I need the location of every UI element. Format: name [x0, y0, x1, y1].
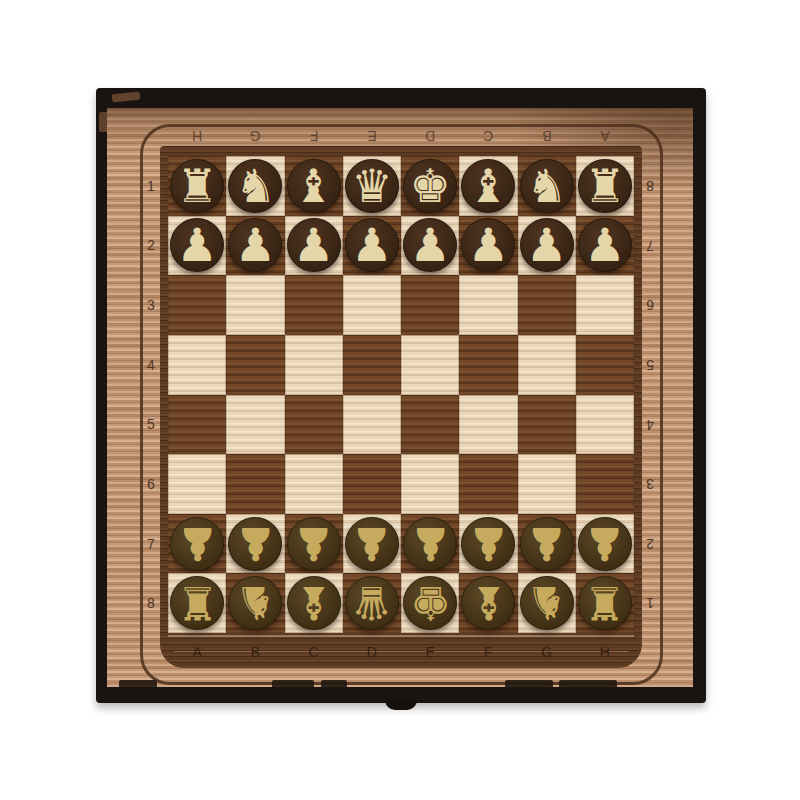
coordinate-label: A	[168, 636, 226, 668]
square-g5[interactable]	[518, 395, 576, 455]
file-labels-bottom: ABCDEFGH	[168, 636, 634, 668]
square-e1[interactable]: ♚	[401, 156, 459, 216]
frame-latch	[385, 700, 417, 710]
coordinate-label: 7	[637, 216, 663, 276]
piece-white-knight[interactable]: ♞	[228, 576, 282, 630]
square-d3[interactable]	[343, 275, 401, 335]
piece-white-pawn[interactable]: ♟	[403, 517, 457, 571]
pawn-icon: ♟	[351, 521, 392, 567]
square-d4[interactable]	[343, 335, 401, 395]
piece-white-pawn[interactable]: ♟	[520, 517, 574, 571]
square-a6[interactable]	[168, 454, 226, 514]
knight-icon: ♞	[526, 580, 567, 626]
queen-icon: ♛	[351, 163, 392, 209]
coordinate-label: C	[459, 125, 517, 147]
piece-white-pawn[interactable]: ♟	[578, 517, 632, 571]
coordinate-label: G	[518, 636, 576, 668]
bishop-icon: ♝	[468, 580, 509, 626]
coordinate-label: E	[401, 636, 459, 668]
square-h6[interactable]	[576, 454, 634, 514]
square-g6[interactable]	[518, 454, 576, 514]
square-c5[interactable]	[285, 395, 343, 455]
coordinate-label: D	[401, 125, 459, 147]
bishop-icon: ♝	[293, 163, 334, 209]
square-h3[interactable]	[576, 275, 634, 335]
king-icon: ♚	[410, 580, 451, 626]
pawn-icon: ♟	[468, 222, 509, 268]
pawn-icon: ♟	[293, 222, 334, 268]
knight-icon: ♞	[526, 163, 567, 209]
piece-black-rook[interactable]: ♜	[170, 159, 224, 213]
piece-black-pawn[interactable]: ♟	[345, 218, 399, 272]
square-d2[interactable]: ♟	[343, 216, 401, 276]
coordinate-label: H	[168, 125, 226, 147]
square-a2[interactable]: ♟	[168, 216, 226, 276]
coordinate-label: 1	[637, 573, 663, 633]
pawn-icon: ♟	[584, 521, 625, 567]
king-icon: ♚	[410, 163, 451, 209]
square-h7[interactable]: ♟	[576, 514, 634, 574]
coordinate-label: 4	[637, 395, 663, 455]
square-c1[interactable]: ♝	[285, 156, 343, 216]
chess-grid: ♜♞♝♛♚♝♞♜♟♟♟♟♟♟♟♟♟♟♟♟♟♟♟♟♜♞♝♛♚♝♞♜	[168, 156, 634, 633]
square-f4[interactable]	[459, 335, 517, 395]
pawn-icon: ♟	[584, 222, 625, 268]
coordinate-label: 4	[138, 335, 164, 395]
coordinate-label: H	[576, 636, 634, 668]
bishop-icon: ♝	[468, 163, 509, 209]
pawn-icon: ♟	[351, 222, 392, 268]
coordinate-label: C	[285, 636, 343, 668]
square-f1[interactable]: ♝	[459, 156, 517, 216]
square-e5[interactable]	[401, 395, 459, 455]
piece-white-pawn[interactable]: ♟	[461, 517, 515, 571]
square-d7[interactable]: ♟	[343, 514, 401, 574]
hinge-tab	[505, 680, 553, 687]
piece-white-rook[interactable]: ♜	[170, 576, 224, 630]
square-b8[interactable]: ♞	[226, 573, 284, 633]
square-b7[interactable]: ♟	[226, 514, 284, 574]
hinge-tab	[272, 680, 314, 687]
rank-labels-right: 87654321	[637, 156, 663, 633]
rank-labels-left: 12345678	[138, 156, 164, 633]
pawn-icon: ♟	[177, 222, 218, 268]
square-g4[interactable]	[518, 335, 576, 395]
coordinate-label: E	[343, 125, 401, 147]
knight-icon: ♞	[235, 580, 276, 626]
piece-black-knight[interactable]: ♞	[520, 159, 574, 213]
coordinate-label: F	[285, 125, 343, 147]
square-e6[interactable]	[401, 454, 459, 514]
square-b1[interactable]: ♞	[226, 156, 284, 216]
square-b4[interactable]	[226, 335, 284, 395]
bishop-icon: ♝	[293, 580, 334, 626]
square-c7[interactable]: ♟	[285, 514, 343, 574]
pawn-icon: ♟	[177, 521, 218, 567]
coordinate-label: 3	[138, 275, 164, 335]
coordinate-label: 6	[637, 275, 663, 335]
square-g2[interactable]: ♟	[518, 216, 576, 276]
square-a7[interactable]: ♟	[168, 514, 226, 574]
square-f5[interactable]	[459, 395, 517, 455]
hinge-tab	[559, 680, 617, 687]
pawn-icon: ♟	[410, 222, 451, 268]
pawn-icon: ♟	[468, 521, 509, 567]
photo-background: HGFEDCBA ABCDEFGH 12345678 87654321 ♜♞♝♛…	[0, 0, 800, 800]
pawn-icon: ♟	[410, 521, 451, 567]
file-labels-top: HGFEDCBA	[168, 125, 634, 147]
piece-black-queen[interactable]: ♛	[345, 159, 399, 213]
coordinate-label: B	[226, 636, 284, 668]
pawn-icon: ♟	[293, 521, 334, 567]
square-e7[interactable]: ♟	[401, 514, 459, 574]
square-c8[interactable]: ♝	[285, 573, 343, 633]
piece-white-king[interactable]: ♚	[403, 576, 457, 630]
square-a3[interactable]	[168, 275, 226, 335]
piece-black-pawn[interactable]: ♟	[578, 218, 632, 272]
square-e3[interactable]	[401, 275, 459, 335]
square-g1[interactable]: ♞	[518, 156, 576, 216]
coordinate-label: 5	[637, 335, 663, 395]
square-g3[interactable]	[518, 275, 576, 335]
piece-black-pawn[interactable]: ♟	[403, 218, 457, 272]
piece-black-knight[interactable]: ♞	[228, 159, 282, 213]
pawn-icon: ♟	[235, 521, 276, 567]
coordinate-label: A	[576, 125, 634, 147]
piece-black-pawn[interactable]: ♟	[170, 218, 224, 272]
hinge-tab	[119, 680, 157, 687]
hinge-tab	[321, 680, 347, 687]
square-e8[interactable]: ♚	[401, 573, 459, 633]
square-c2[interactable]: ♟	[285, 216, 343, 276]
square-f6[interactable]	[459, 454, 517, 514]
square-a4[interactable]	[168, 335, 226, 395]
coordinate-label: B	[518, 125, 576, 147]
coordinate-label: 2	[637, 514, 663, 574]
piece-white-bishop[interactable]: ♝	[287, 576, 341, 630]
piece-black-king[interactable]: ♚	[403, 159, 457, 213]
coordinate-label: 8	[138, 573, 164, 633]
queen-icon: ♛	[351, 580, 392, 626]
rook-icon: ♜	[177, 163, 218, 209]
square-f2[interactable]: ♟	[459, 216, 517, 276]
coordinate-label: 1	[138, 156, 164, 216]
square-a1[interactable]: ♜	[168, 156, 226, 216]
coordinate-label: 2	[138, 216, 164, 276]
piece-black-rook[interactable]: ♜	[578, 159, 632, 213]
square-b5[interactable]	[226, 395, 284, 455]
coordinate-label: 6	[138, 454, 164, 514]
square-c6[interactable]	[285, 454, 343, 514]
square-c3[interactable]	[285, 275, 343, 335]
square-e2[interactable]: ♟	[401, 216, 459, 276]
square-h2[interactable]: ♟	[576, 216, 634, 276]
coordinate-label: 3	[637, 454, 663, 514]
square-b2[interactable]: ♟	[226, 216, 284, 276]
square-h4[interactable]	[576, 335, 634, 395]
pawn-icon: ♟	[235, 222, 276, 268]
coordinate-label: D	[343, 636, 401, 668]
square-a8[interactable]: ♜	[168, 573, 226, 633]
piece-white-pawn[interactable]: ♟	[345, 517, 399, 571]
square-f8[interactable]: ♝	[459, 573, 517, 633]
square-b3[interactable]	[226, 275, 284, 335]
square-d1[interactable]: ♛	[343, 156, 401, 216]
square-d5[interactable]	[343, 395, 401, 455]
square-d6[interactable]	[343, 454, 401, 514]
piece-white-bishop[interactable]: ♝	[461, 576, 515, 630]
piece-white-pawn[interactable]: ♟	[287, 517, 341, 571]
square-h1[interactable]: ♜	[576, 156, 634, 216]
piece-white-pawn[interactable]: ♟	[170, 517, 224, 571]
square-b6[interactable]	[226, 454, 284, 514]
square-g7[interactable]: ♟	[518, 514, 576, 574]
coordinate-label: G	[226, 125, 284, 147]
square-d8[interactable]: ♛	[343, 573, 401, 633]
rook-icon: ♜	[177, 580, 218, 626]
square-e4[interactable]	[401, 335, 459, 395]
square-h5[interactable]	[576, 395, 634, 455]
piece-white-knight[interactable]: ♞	[520, 576, 574, 630]
coordinate-label: 5	[138, 395, 164, 455]
knight-icon: ♞	[235, 163, 276, 209]
pawn-icon: ♟	[526, 521, 567, 567]
frame-scuff-mark	[112, 92, 141, 103]
piece-black-pawn[interactable]: ♟	[461, 218, 515, 272]
chess-board-frame: HGFEDCBA ABCDEFGH 12345678 87654321 ♜♞♝♛…	[96, 88, 706, 703]
square-f3[interactable]	[459, 275, 517, 335]
coordinate-label: 8	[637, 156, 663, 216]
rook-icon: ♜	[584, 580, 625, 626]
rook-icon: ♜	[584, 163, 625, 209]
square-f7[interactable]: ♟	[459, 514, 517, 574]
piece-black-pawn[interactable]: ♟	[520, 218, 574, 272]
coordinate-label: 7	[138, 514, 164, 574]
piece-black-bishop[interactable]: ♝	[461, 159, 515, 213]
piece-black-pawn[interactable]: ♟	[287, 218, 341, 272]
square-c4[interactable]	[285, 335, 343, 395]
piece-black-pawn[interactable]: ♟	[228, 218, 282, 272]
wood-surface: HGFEDCBA ABCDEFGH 12345678 87654321 ♜♞♝♛…	[107, 108, 693, 687]
piece-black-bishop[interactable]: ♝	[287, 159, 341, 213]
pawn-icon: ♟	[526, 222, 567, 268]
piece-white-queen[interactable]: ♛	[345, 576, 399, 630]
square-h8[interactable]: ♜	[576, 573, 634, 633]
square-g8[interactable]: ♞	[518, 573, 576, 633]
square-a5[interactable]	[168, 395, 226, 455]
coordinate-label: F	[459, 636, 517, 668]
piece-white-rook[interactable]: ♜	[578, 576, 632, 630]
piece-white-pawn[interactable]: ♟	[228, 517, 282, 571]
